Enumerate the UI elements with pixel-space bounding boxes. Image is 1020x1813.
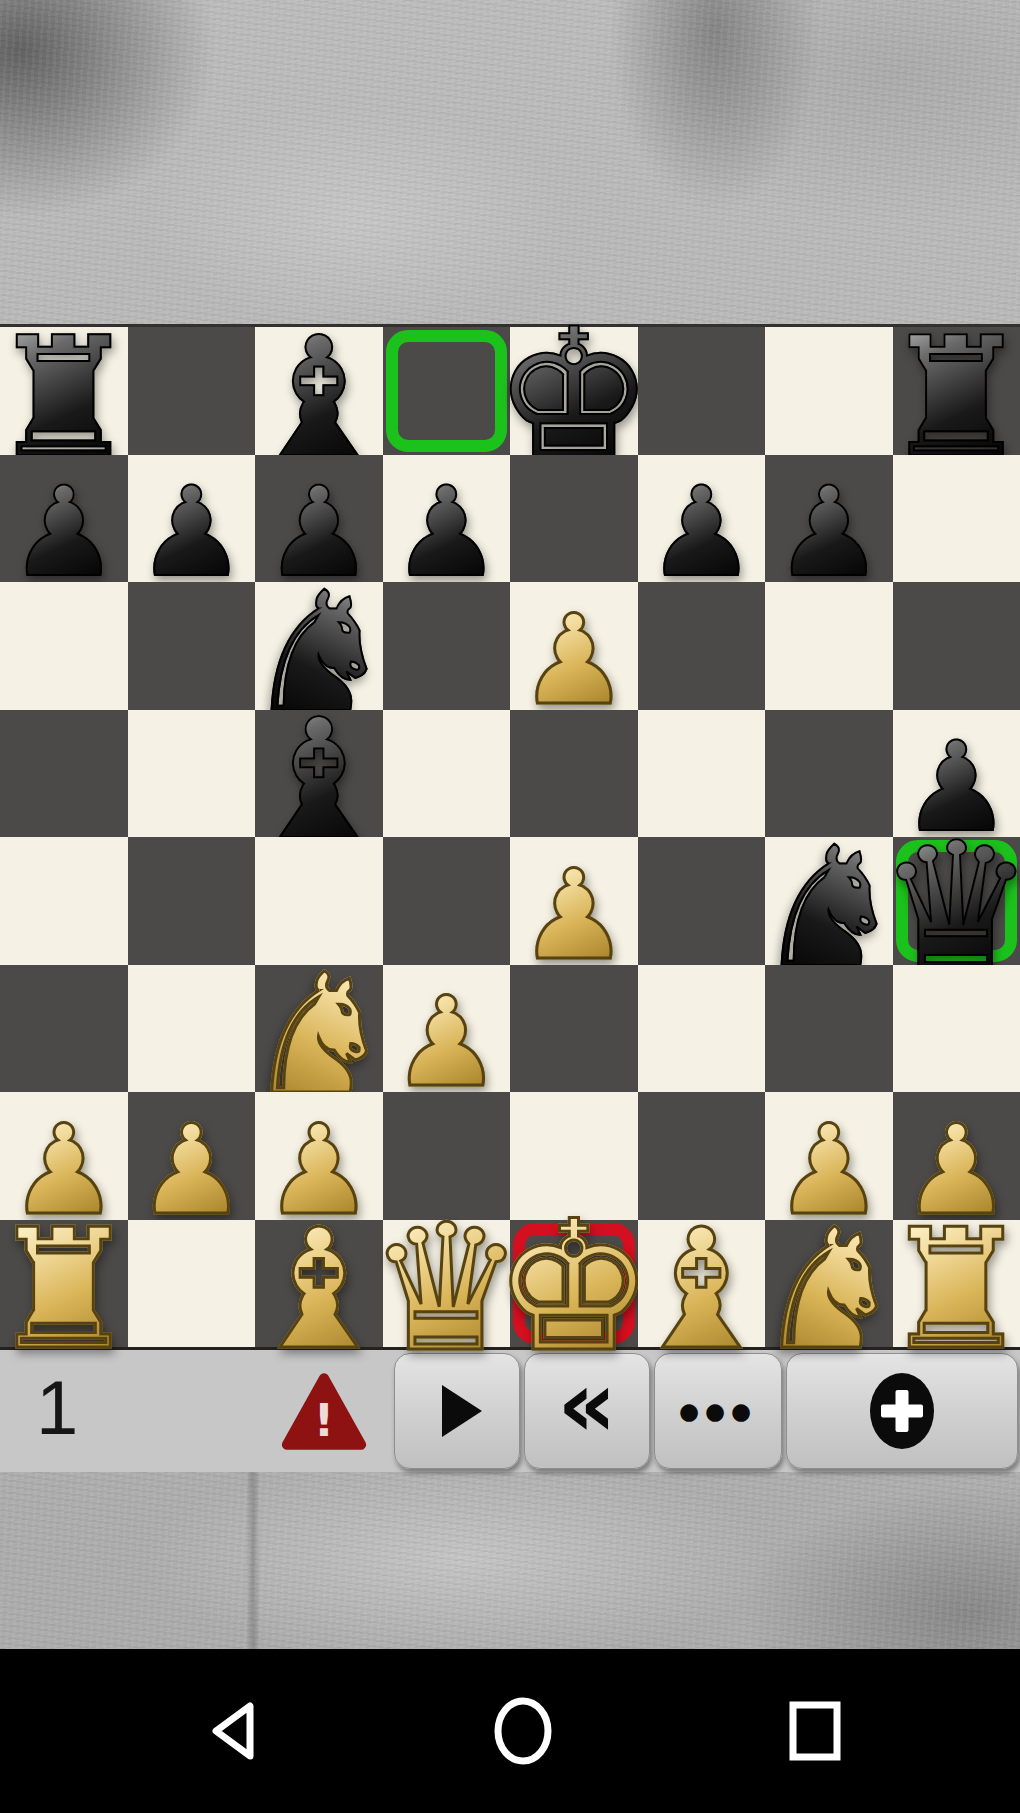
square-d6[interactable] — [383, 582, 511, 710]
square-b6[interactable] — [128, 582, 256, 710]
square-h7[interactable] — [893, 455, 1020, 583]
square-f1[interactable]: ♝ — [638, 1220, 766, 1348]
square-a5[interactable] — [0, 710, 128, 838]
square-e4[interactable]: ♟ — [510, 837, 638, 965]
square-c1[interactable]: ♝ — [255, 1220, 383, 1348]
square-b7[interactable]: ♟ — [128, 455, 256, 583]
square-f3[interactable] — [638, 965, 766, 1093]
piece-white-knight-g1[interactable]: ♞ — [754, 1207, 903, 1373]
square-e1[interactable]: ♚ — [510, 1220, 638, 1348]
square-h3[interactable] — [893, 965, 1020, 1093]
recents-square-icon — [787, 1700, 843, 1762]
piece-white-bishop-f1[interactable]: ♝ — [627, 1207, 776, 1373]
square-b3[interactable] — [128, 965, 256, 1093]
square-g1[interactable]: ♞ — [765, 1220, 893, 1348]
square-a3[interactable] — [0, 965, 128, 1093]
square-g4[interactable]: ♞ — [765, 837, 893, 965]
back-triangle-icon — [204, 1700, 266, 1762]
square-e6[interactable]: ♟ — [510, 582, 638, 710]
navbar-back-button[interactable] — [170, 1649, 300, 1813]
square-e8[interactable]: ♚ — [510, 327, 638, 455]
square-a1[interactable]: ♜ — [0, 1220, 128, 1348]
background-texture-streak — [246, 1472, 260, 1649]
square-f7[interactable]: ♟ — [638, 455, 766, 583]
square-a8[interactable]: ♜ — [0, 327, 128, 455]
square-h6[interactable] — [893, 582, 1020, 710]
piece-black-pawn-g7[interactable]: ♟ — [773, 470, 884, 594]
square-h8[interactable]: ♜ — [893, 327, 1020, 455]
square-f8[interactable] — [638, 327, 766, 455]
home-circle-icon — [491, 1695, 555, 1767]
square-a7[interactable]: ♟ — [0, 455, 128, 583]
piece-white-pawn-e4[interactable]: ♟ — [518, 853, 629, 977]
square-d7[interactable]: ♟ — [383, 455, 511, 583]
navbar-home-button[interactable] — [458, 1649, 588, 1813]
piece-white-pawn-b2[interactable]: ♟ — [136, 1108, 247, 1232]
square-a6[interactable] — [0, 582, 128, 710]
square-h1[interactable]: ♜ — [893, 1220, 1020, 1348]
piece-black-pawn-b7[interactable]: ♟ — [136, 470, 247, 594]
piece-white-pawn-d3[interactable]: ♟ — [391, 980, 502, 1104]
square-c5[interactable]: ♝ — [255, 710, 383, 838]
piece-white-pawn-e6[interactable]: ♟ — [518, 598, 629, 722]
piece-white-rook-h1[interactable]: ♜ — [882, 1207, 1020, 1373]
square-f5[interactable] — [638, 710, 766, 838]
play-icon — [442, 1385, 482, 1437]
chess-board[interactable]: ♜♝♚♜♟♟♟♟♟♟♞♟♝♟♟♞♛♞♟♟♟♟♟♟♜♝♛♚♝♞♜ — [0, 324, 1020, 1350]
square-d8[interactable] — [383, 327, 511, 455]
square-b1[interactable] — [128, 1220, 256, 1348]
square-e5[interactable] — [510, 710, 638, 838]
square-c3[interactable]: ♞ — [255, 965, 383, 1093]
square-f6[interactable] — [638, 582, 766, 710]
square-b8[interactable] — [128, 327, 256, 455]
piece-black-pawn-a7[interactable]: ♟ — [8, 470, 119, 594]
square-e7[interactable] — [510, 455, 638, 583]
svg-text:!: ! — [314, 1394, 334, 1447]
square-b5[interactable] — [128, 710, 256, 838]
square-g3[interactable] — [765, 965, 893, 1093]
piece-black-pawn-f7[interactable]: ♟ — [646, 470, 757, 594]
ellipsis-icon: ●●● — [679, 1398, 757, 1424]
square-b2[interactable]: ♟ — [128, 1092, 256, 1220]
square-d3[interactable]: ♟ — [383, 965, 511, 1093]
piece-black-pawn-d7[interactable]: ♟ — [391, 470, 502, 594]
square-b4[interactable] — [128, 837, 256, 965]
square-c8[interactable]: ♝ — [255, 327, 383, 455]
square-e3[interactable] — [510, 965, 638, 1093]
android-navbar — [0, 1649, 1020, 1813]
navbar-recents-button[interactable] — [750, 1649, 880, 1813]
square-g7[interactable]: ♟ — [765, 455, 893, 583]
square-a4[interactable] — [0, 837, 128, 965]
square-d1[interactable]: ♛ — [383, 1220, 511, 1348]
square-d4[interactable] — [383, 837, 511, 965]
highlight-last-move-from — [386, 330, 508, 452]
square-g6[interactable] — [765, 582, 893, 710]
square-h4[interactable]: ♛ — [893, 837, 1020, 965]
piece-white-rook-a1[interactable]: ♜ — [0, 1207, 138, 1373]
square-g8[interactable] — [765, 327, 893, 455]
rewind-icon: « — [557, 1405, 616, 1417]
square-d5[interactable] — [383, 710, 511, 838]
square-f4[interactable] — [638, 837, 766, 965]
